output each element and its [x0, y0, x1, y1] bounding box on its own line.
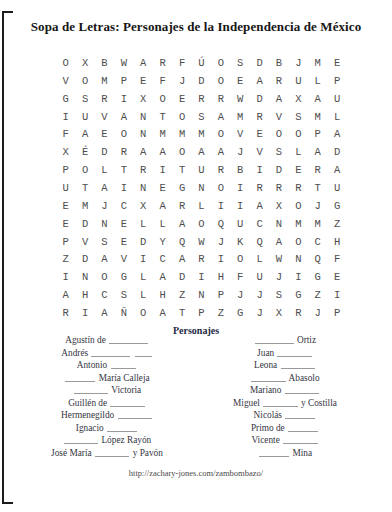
- grid-cell: X: [134, 197, 153, 215]
- grid-cell: A: [95, 179, 114, 197]
- grid-cell: A: [192, 143, 211, 161]
- letter-grid: OXBWARFÚOSDBJMEVOMPEFJDOEARULPGSRIXOERRW…: [56, 54, 347, 322]
- grid-cell: T: [75, 179, 94, 197]
- clue-list: Agustín de Andrés Antonio María Calleja …: [18, 334, 374, 459]
- grid-cell: N: [75, 268, 94, 286]
- grid-cell: S: [114, 286, 133, 304]
- grid-cell: N: [134, 179, 153, 197]
- grid-cell: O: [75, 161, 94, 179]
- grid-cell: O: [269, 125, 288, 143]
- grid-cell: I: [56, 268, 75, 286]
- grid-cell: X: [134, 90, 153, 108]
- grid-cell: O: [231, 250, 250, 268]
- grid-cell: P: [192, 304, 211, 322]
- worksheet-page: Sopa de Letras: Personajes de la Indepen…: [0, 0, 392, 512]
- clue-left-10: José María y Pavón: [18, 447, 196, 460]
- grid-cell: G: [172, 179, 191, 197]
- grid-cell: O: [56, 54, 75, 72]
- grid-cell: A: [250, 197, 269, 215]
- grid-cell: R: [153, 54, 172, 72]
- grid-cell: L: [308, 72, 327, 90]
- grid-cell: Z: [211, 304, 230, 322]
- grid-cell: U: [250, 268, 269, 286]
- grid-cell: M: [308, 215, 327, 233]
- page-title: Sopa de Letras: Personajes de la Indepen…: [0, 19, 392, 35]
- clue-right-5: Mariano: [196, 384, 374, 397]
- grid-cell: R: [172, 197, 191, 215]
- clue-left-8: Ignacio: [18, 422, 196, 435]
- grid-cell: J: [308, 304, 327, 322]
- clue-left-1: Agustín de: [18, 334, 196, 347]
- grid-cell: N: [289, 250, 308, 268]
- grid-cell: S: [75, 90, 94, 108]
- grid-cell: G: [114, 268, 133, 286]
- grid-cell: O: [153, 90, 172, 108]
- grid-cell: L: [134, 215, 153, 233]
- grid-cell: A: [327, 125, 346, 143]
- grid-cell: D: [250, 90, 269, 108]
- grid-cell: O: [289, 233, 308, 251]
- grid-cell: I: [56, 108, 75, 126]
- grid-cell: R: [192, 250, 211, 268]
- grid-cell: D: [192, 72, 211, 90]
- grid-cell: C: [308, 233, 327, 251]
- answer-blank: [251, 381, 285, 382]
- grid-cell: S: [192, 108, 211, 126]
- grid-cell: E: [172, 90, 191, 108]
- grid-cell: O: [192, 215, 211, 233]
- grid-cell: Q: [250, 233, 269, 251]
- grid-cell: L: [289, 143, 308, 161]
- grid-cell: L: [327, 108, 346, 126]
- grid-cell: N: [95, 215, 114, 233]
- page-border-bottom-stub: [2, 502, 13, 504]
- grid-cell: R: [250, 179, 269, 197]
- grid-cell: A: [172, 250, 191, 268]
- grid-cell: X: [269, 304, 288, 322]
- grid-cell: O: [75, 72, 94, 90]
- answer-blank: [285, 418, 315, 419]
- grid-cell: I: [75, 304, 94, 322]
- grid-cell: O: [211, 125, 230, 143]
- grid-cell: W: [192, 233, 211, 251]
- grid-cell: M: [231, 108, 250, 126]
- grid-cell: E: [327, 54, 346, 72]
- grid-cell: D: [172, 268, 191, 286]
- grid-cell: B: [231, 161, 250, 179]
- grid-cell: V: [95, 108, 114, 126]
- grid-cell: R: [211, 90, 230, 108]
- grid-cell: V: [75, 233, 94, 251]
- grid-cell: D: [134, 233, 153, 251]
- grid-cell: V: [56, 72, 75, 90]
- grid-cell: E: [327, 268, 346, 286]
- grid-cell: D: [75, 250, 94, 268]
- answer-blank: [281, 368, 315, 369]
- grid-cell: A: [153, 143, 172, 161]
- grid-cell: A: [211, 143, 230, 161]
- clue-right-6: Miguel y Costilla: [196, 397, 374, 410]
- clue-left-4: María Calleja: [18, 372, 196, 385]
- clue-right-4: Abasolo: [196, 372, 374, 385]
- grid-cell: A: [95, 304, 114, 322]
- grid-cell: R: [269, 72, 288, 90]
- grid-cell: R: [134, 161, 153, 179]
- answer-blank: [288, 431, 318, 432]
- grid-cell: M: [95, 72, 114, 90]
- grid-cell: A: [114, 108, 133, 126]
- grid-cell: A: [134, 54, 153, 72]
- grid-cell: D: [269, 161, 288, 179]
- grid-cell: A: [172, 215, 191, 233]
- grid-cell: J: [95, 197, 114, 215]
- grid-cell: Q: [172, 233, 191, 251]
- grid-cell: F: [172, 54, 191, 72]
- grid-cell: J: [269, 268, 288, 286]
- grid-cell: E: [231, 72, 250, 90]
- grid-cell: A: [269, 233, 288, 251]
- grid-cell: É: [75, 143, 94, 161]
- clue-right-9: Vicente: [196, 434, 374, 447]
- clue-right-8: Primo de: [196, 422, 374, 435]
- answer-blank: [91, 356, 130, 357]
- grid-cell: E: [114, 215, 133, 233]
- grid-cell: X: [269, 197, 288, 215]
- grid-cell: N: [192, 286, 211, 304]
- clue-right-2: Juan: [196, 347, 374, 360]
- grid-cell: R: [289, 304, 308, 322]
- grid-cell: A: [269, 90, 288, 108]
- answer-blank: [283, 443, 317, 444]
- grid-cell: Y: [153, 233, 172, 251]
- grid-cell: A: [153, 268, 172, 286]
- grid-cell: J: [250, 304, 269, 322]
- clue-left-9: López Rayón: [18, 434, 196, 447]
- grid-cell: G: [327, 197, 346, 215]
- grid-cell: E: [56, 197, 75, 215]
- grid-cell: E: [95, 125, 114, 143]
- grid-cell: A: [327, 161, 346, 179]
- grid-cell: J: [231, 286, 250, 304]
- grid-cell: H: [153, 286, 172, 304]
- grid-cell: E: [56, 215, 75, 233]
- grid-cell: A: [153, 197, 172, 215]
- answer-blank: [95, 456, 129, 457]
- grid-cell: W: [114, 54, 133, 72]
- grid-cell: F: [153, 72, 172, 90]
- grid-cell: T: [114, 161, 133, 179]
- grid-cell: D: [327, 143, 346, 161]
- grid-cell: P: [327, 304, 346, 322]
- grid-cell: O: [211, 54, 230, 72]
- grid-cell: O: [172, 143, 191, 161]
- grid-cell: V: [269, 108, 288, 126]
- clue-left-7: Hermenegildo: [18, 409, 196, 422]
- grid-cell: I: [231, 179, 250, 197]
- grid-cell: N: [134, 108, 153, 126]
- grid-cell: T: [153, 108, 172, 126]
- grid-cell: T: [308, 179, 327, 197]
- answer-blank: [255, 343, 294, 344]
- grid-cell: P: [114, 72, 133, 90]
- grid-cell: U: [56, 179, 75, 197]
- answer-blank: [74, 393, 108, 394]
- grid-cell: S: [231, 54, 250, 72]
- grid-cell: R: [192, 90, 211, 108]
- grid-cell: X: [289, 90, 308, 108]
- footer-url: http://zachary-jones.com/zambombazo/: [0, 468, 392, 478]
- grid-cell: L: [192, 197, 211, 215]
- grid-cell: A: [95, 250, 114, 268]
- grid-cell: Z: [56, 250, 75, 268]
- grid-cell: P: [56, 161, 75, 179]
- grid-cell: O: [95, 268, 114, 286]
- grid-cell: F: [56, 125, 75, 143]
- grid-cell: U: [289, 72, 308, 90]
- grid-cell: U: [327, 179, 346, 197]
- grid-cell: H: [211, 268, 230, 286]
- grid-cell: R: [56, 304, 75, 322]
- grid-cell: T: [172, 304, 191, 322]
- grid-cell: A: [75, 125, 94, 143]
- answer-blank: [64, 443, 98, 444]
- answer-blank: [118, 418, 152, 419]
- answer-blank: [65, 381, 95, 382]
- grid-cell: D: [75, 215, 94, 233]
- grid-cell: J: [289, 54, 308, 72]
- grid-cell: V: [231, 125, 250, 143]
- answer-blank: [277, 356, 311, 357]
- grid-cell: O: [114, 125, 133, 143]
- grid-cell: S: [289, 108, 308, 126]
- grid-cell: M: [308, 108, 327, 126]
- clue-column-left: Agustín de Andrés Antonio María Calleja …: [18, 334, 196, 459]
- grid-cell: R: [308, 161, 327, 179]
- grid-cell: J: [250, 286, 269, 304]
- grid-cell: A: [308, 143, 327, 161]
- grid-cell: I: [211, 250, 230, 268]
- clue-right-7: Nicolás: [196, 409, 374, 422]
- grid-cell: E: [134, 72, 153, 90]
- grid-cell: R: [250, 108, 269, 126]
- grid-cell: A: [56, 286, 75, 304]
- clue-right-10: Mina: [196, 447, 374, 460]
- grid-cell: Z: [327, 215, 346, 233]
- clue-left-3: Antonio: [18, 359, 196, 372]
- grid-cell: H: [75, 286, 94, 304]
- grid-cell: A: [308, 90, 327, 108]
- grid-cell: K: [231, 233, 250, 251]
- grid-cell: W: [231, 90, 250, 108]
- grid-cell: I: [114, 90, 133, 108]
- grid-cell: R: [114, 143, 133, 161]
- clue-left-2: Andrés: [18, 347, 196, 360]
- grid-cell: I: [114, 179, 133, 197]
- grid-cell: I: [289, 268, 308, 286]
- grid-cell: L: [134, 286, 153, 304]
- grid-cell: I: [231, 197, 250, 215]
- grid-cell: C: [250, 215, 269, 233]
- grid-cell: S: [269, 286, 288, 304]
- grid-cell: Q: [308, 250, 327, 268]
- grid-cell: E: [153, 179, 172, 197]
- grid-cell: S: [95, 233, 114, 251]
- grid-cell: C: [95, 286, 114, 304]
- grid-cell: L: [95, 161, 114, 179]
- grid-cell: M: [153, 125, 172, 143]
- grid-cell: I: [192, 268, 211, 286]
- grid-cell: O: [211, 179, 230, 197]
- page-border-left: [2, 11, 4, 504]
- grid-cell: B: [95, 54, 114, 72]
- clue-right-1: Ortiz: [196, 334, 374, 347]
- grid-cell: M: [75, 197, 94, 215]
- grid-cell: O: [134, 304, 153, 322]
- page-border-top-stub: [2, 11, 13, 13]
- grid-cell: I: [211, 197, 230, 215]
- clue-column-right: OrtizJuan Leona AbasoloMariano Miguel y …: [196, 334, 374, 459]
- clue-left-6: Guillén de: [18, 397, 196, 410]
- grid-cell: X: [75, 54, 94, 72]
- grid-cell: G: [231, 304, 250, 322]
- answer-blank: [110, 406, 144, 407]
- grid-cell: M: [308, 54, 327, 72]
- grid-cell: P: [211, 286, 230, 304]
- grid-cell: U: [75, 108, 94, 126]
- grid-cell: C: [153, 250, 172, 268]
- grid-cell: N: [192, 179, 211, 197]
- grid-cell: Z: [172, 286, 191, 304]
- grid-cell: X: [56, 143, 75, 161]
- grid-cell: W: [269, 250, 288, 268]
- grid-cell: I: [327, 286, 346, 304]
- grid-cell: G: [289, 286, 308, 304]
- grid-cell: M: [172, 125, 191, 143]
- grid-cell: O: [289, 197, 308, 215]
- grid-cell: S: [269, 143, 288, 161]
- grid-cell: A: [134, 143, 153, 161]
- grid-cell: R: [211, 161, 230, 179]
- grid-cell: A: [153, 304, 172, 322]
- grid-cell: P: [327, 72, 346, 90]
- grid-cell: O: [172, 108, 191, 126]
- grid-cell: V: [114, 250, 133, 268]
- grid-cell: J: [231, 143, 250, 161]
- grid-cell: U: [231, 215, 250, 233]
- grid-cell: J: [211, 233, 230, 251]
- clue-right-3: Leona: [196, 359, 374, 372]
- grid-cell: G: [308, 268, 327, 286]
- grid-cell: C: [114, 197, 133, 215]
- grid-cell: H: [327, 233, 346, 251]
- grid-cell: L: [134, 268, 153, 286]
- grid-cell: G: [56, 90, 75, 108]
- grid-cell: Z: [308, 286, 327, 304]
- grid-cell: I: [250, 161, 269, 179]
- grid-cell: A: [250, 72, 269, 90]
- grid-cell: D: [250, 54, 269, 72]
- grid-cell: B: [269, 54, 288, 72]
- grid-cell: R: [289, 179, 308, 197]
- grid-cell: E: [289, 161, 308, 179]
- answer-blank: [259, 456, 289, 457]
- grid-cell: Q: [211, 215, 230, 233]
- grid-cell: T: [172, 161, 191, 179]
- grid-cell: E: [114, 233, 133, 251]
- grid-cell: R: [95, 90, 114, 108]
- grid-cell: V: [250, 143, 269, 161]
- grid-cell: Ú: [192, 54, 211, 72]
- grid-cell: M: [289, 215, 308, 233]
- grid-cell: J: [308, 197, 327, 215]
- grid-cell: O: [211, 72, 230, 90]
- answer-blank: [285, 393, 319, 394]
- grid-cell: P: [56, 233, 75, 251]
- grid-cell: U: [327, 90, 346, 108]
- grid-cell: J: [172, 72, 191, 90]
- grid-cell: L: [250, 250, 269, 268]
- grid-cell: E: [250, 125, 269, 143]
- answer-blank: [263, 406, 297, 407]
- grid-cell: P: [308, 125, 327, 143]
- grid-cell: Ñ: [114, 304, 133, 322]
- grid-cell: L: [153, 215, 172, 233]
- answer-blank: [107, 431, 137, 432]
- grid-cell: U: [192, 161, 211, 179]
- grid-cell: I: [134, 250, 153, 268]
- grid-cell: F: [327, 250, 346, 268]
- clue-left-5: Victoria: [18, 384, 196, 397]
- grid-cell: M: [192, 125, 211, 143]
- answer-blank: [109, 343, 148, 344]
- grid-cell: R: [269, 179, 288, 197]
- grid-cell: N: [134, 125, 153, 143]
- grid-cell: N: [269, 215, 288, 233]
- grid-cell: I: [153, 161, 172, 179]
- grid-cell: O: [289, 125, 308, 143]
- grid-cell: D: [95, 143, 114, 161]
- answer-blank: [111, 368, 137, 369]
- answer-blank: [135, 356, 152, 357]
- grid-cell: A: [211, 108, 230, 126]
- grid-cell: F: [231, 268, 250, 286]
